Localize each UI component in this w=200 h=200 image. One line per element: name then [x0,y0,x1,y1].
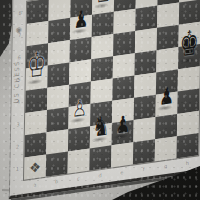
square-d4[interactable] [91,79,113,104]
square-e6[interactable] [113,31,135,56]
square-e5[interactable] [113,53,135,78]
square-b1[interactable] [46,151,68,176]
rank-label-left-8: 8 [14,10,26,17]
square-g2[interactable] [155,114,177,139]
square-h4[interactable] [178,66,200,91]
square-b4[interactable] [47,85,69,110]
file-label-a: a [24,181,46,189]
rank-label-left-1: 1 [11,166,23,173]
white-pawn[interactable]: ♙ [70,98,89,122]
square-f6[interactable] [135,28,157,53]
square-a2[interactable] [24,132,46,157]
file-label-f: f [133,166,155,174]
file-label-b: b [46,178,68,186]
square-f5[interactable] [134,50,156,75]
square-c2[interactable] [68,126,90,151]
square-b3[interactable] [47,107,69,132]
square-b5[interactable] [47,62,69,87]
file-label-e: e [111,169,133,177]
black-king[interactable]: ♚ [176,28,200,62]
square-f4[interactable] [134,72,156,97]
black-pawn[interactable]: ♟ [113,114,132,138]
square-g7[interactable] [157,3,179,28]
square-h3[interactable] [177,89,199,114]
file-label-g: g [155,162,177,170]
chess-board: ❖♙♟♔♚♙♟♞♟ [24,0,200,180]
square-e7[interactable] [113,9,135,34]
square-g1[interactable] [155,136,177,161]
square-d6[interactable] [91,34,113,59]
square-a7[interactable] [26,21,48,46]
rank-label-left-2: 2 [12,144,24,151]
square-c5[interactable] [69,59,91,84]
chessboard-photo: ◉ US CHESS ❖♙♟♔♚♙♟♞♟ 1122334455667788abc… [0,0,200,200]
white-king[interactable]: ♔ [23,50,50,84]
corner-ornament-icon: ❖ [29,160,41,175]
square-d1[interactable] [89,145,111,170]
square-a1[interactable]: ❖ [24,155,46,180]
square-b7[interactable] [48,18,70,43]
black-knight[interactable]: ♞ [90,113,113,141]
square-a4[interactable] [25,88,47,113]
square-f1[interactable] [133,139,155,164]
file-label-c: c [67,175,89,183]
square-f2[interactable] [133,117,155,142]
file-label-d: d [89,172,111,180]
file-label-h: h [176,159,198,167]
square-h2[interactable] [177,111,199,136]
black-pawn[interactable]: ♟ [72,9,91,33]
square-h7[interactable] [179,0,200,25]
square-f3[interactable] [134,95,156,120]
square-b6[interactable] [48,40,70,65]
square-d7[interactable] [92,12,114,37]
square-e1[interactable] [111,142,133,167]
square-c6[interactable] [70,37,92,62]
board-frame: ◉ US CHESS ❖♙♟♔♚♙♟♞♟ 1122334455667788abc… [9,0,200,199]
square-d5[interactable] [91,56,113,81]
rank-label-left-3: 3 [12,121,24,128]
square-e4[interactable] [112,75,134,100]
square-b2[interactable] [46,129,68,154]
black-pawn[interactable]: ♟ [157,86,176,110]
square-f7[interactable] [135,6,157,31]
rank-label-right-1: 1 [199,139,200,146]
square-c1[interactable] [68,148,90,173]
square-a3[interactable] [25,110,47,135]
square-h1[interactable] [176,133,198,158]
